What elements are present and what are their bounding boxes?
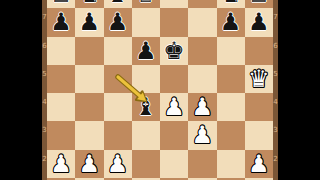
black-rook: ♜ (248, 0, 270, 8)
square-g4[interactable] (217, 93, 245, 121)
square-b4[interactable] (75, 93, 103, 121)
square-h1[interactable]: ♜ (245, 178, 273, 180)
rank-label-5: 5 (42, 70, 47, 78)
black-pawn: ♟ (79, 8, 101, 36)
square-f6[interactable] (188, 37, 216, 65)
black-king: ♚ (163, 37, 185, 65)
white-bishop: ♝ (107, 178, 129, 180)
square-a4[interactable] (47, 93, 75, 121)
square-d1[interactable] (132, 178, 160, 180)
square-a1[interactable]: ♜ (47, 178, 75, 180)
letterbox-right (278, 0, 320, 180)
square-h4[interactable] (245, 93, 273, 121)
square-f1[interactable] (188, 178, 216, 180)
square-e5[interactable] (160, 65, 188, 93)
rank-label-2: 2 (42, 155, 47, 163)
square-h2[interactable]: ♟ (245, 150, 273, 178)
square-b2[interactable]: ♟ (75, 150, 103, 178)
square-b6[interactable] (75, 37, 103, 65)
white-pawn: ♟ (163, 93, 185, 121)
square-c2[interactable]: ♟ (104, 150, 132, 178)
square-g6[interactable] (217, 37, 245, 65)
square-g5[interactable] (217, 65, 245, 93)
black-pawn: ♟ (220, 8, 242, 36)
black-pawn: ♟ (135, 37, 157, 65)
rank-label-3: 3 (42, 126, 47, 134)
black-rook: ♜ (50, 0, 72, 8)
rank-label-7: 7 (42, 13, 47, 21)
square-e3[interactable] (160, 121, 188, 149)
square-b7[interactable]: ♟ (75, 8, 103, 36)
square-c1[interactable]: ♝ (104, 178, 132, 180)
white-pawn: ♟ (248, 150, 270, 178)
white-pawn: ♟ (192, 121, 214, 149)
white-knight: ♞ (79, 178, 101, 180)
square-b8[interactable]: ♞ (75, 0, 103, 8)
rank-label-4: 4 (42, 98, 47, 106)
square-d7[interactable] (132, 8, 160, 36)
white-rook: ♜ (248, 178, 270, 180)
square-c8[interactable]: ♝ (104, 0, 132, 8)
square-d3[interactable] (132, 121, 160, 149)
video-frame: ♜♞♝♛♞♜♟♟♟♟♟♟♚♛♝♟♟♟♟♟♟♟♜♞♝♚♜ 87654321 876… (0, 0, 320, 180)
letterbox-left (0, 0, 42, 180)
square-d4[interactable]: ♝ (132, 93, 160, 121)
square-f7[interactable] (188, 8, 216, 36)
square-e8[interactable] (160, 0, 188, 8)
white-king: ♚ (163, 178, 185, 180)
white-queen: ♛ (248, 65, 270, 93)
white-pawn: ♟ (79, 150, 101, 178)
white-pawn: ♟ (107, 150, 129, 178)
square-d6[interactable]: ♟ (132, 37, 160, 65)
square-c3[interactable] (104, 121, 132, 149)
square-h7[interactable]: ♟ (245, 8, 273, 36)
square-h5[interactable]: ♛ (245, 65, 273, 93)
square-d5[interactable] (132, 65, 160, 93)
black-pawn: ♟ (107, 8, 129, 36)
square-g2[interactable] (217, 150, 245, 178)
black-bishop: ♝ (107, 0, 129, 8)
square-a5[interactable] (47, 65, 75, 93)
square-a6[interactable] (47, 37, 75, 65)
square-b1[interactable]: ♞ (75, 178, 103, 180)
square-g3[interactable] (217, 121, 245, 149)
square-f2[interactable] (188, 150, 216, 178)
square-e6[interactable]: ♚ (160, 37, 188, 65)
square-f5[interactable] (188, 65, 216, 93)
square-f3[interactable]: ♟ (188, 121, 216, 149)
square-e2[interactable] (160, 150, 188, 178)
square-c4[interactable] (104, 93, 132, 121)
square-b5[interactable] (75, 65, 103, 93)
square-a3[interactable] (47, 121, 75, 149)
black-knight: ♞ (220, 0, 242, 8)
square-b3[interactable] (75, 121, 103, 149)
square-g1[interactable] (217, 178, 245, 180)
square-e1[interactable]: ♚ (160, 178, 188, 180)
square-g7[interactable]: ♟ (217, 8, 245, 36)
square-c6[interactable] (104, 37, 132, 65)
square-a7[interactable]: ♟ (47, 8, 75, 36)
white-pawn: ♟ (50, 150, 72, 178)
square-c7[interactable]: ♟ (104, 8, 132, 36)
black-knight: ♞ (79, 0, 101, 8)
chess-board: ♜♞♝♛♞♜♟♟♟♟♟♟♚♛♝♟♟♟♟♟♟♟♜♞♝♚♜ (47, 0, 273, 180)
black-pawn: ♟ (50, 8, 72, 36)
white-rook: ♜ (50, 178, 72, 180)
square-f8[interactable] (188, 0, 216, 8)
square-a2[interactable]: ♟ (47, 150, 75, 178)
black-bishop: ♝ (135, 93, 157, 121)
chess-board-area: ♜♞♝♛♞♜♟♟♟♟♟♟♚♛♝♟♟♟♟♟♟♟♜♞♝♚♜ 87654321 876… (42, 0, 278, 180)
square-h8[interactable]: ♜ (245, 0, 273, 8)
square-e4[interactable]: ♟ (160, 93, 188, 121)
rank-labels-left: 87654321 (42, 0, 47, 180)
square-g8[interactable]: ♞ (217, 0, 245, 8)
square-d8[interactable]: ♛ (132, 0, 160, 8)
square-h3[interactable] (245, 121, 273, 149)
square-a8[interactable]: ♜ (47, 0, 75, 8)
white-pawn: ♟ (192, 93, 214, 121)
square-c5[interactable] (104, 65, 132, 93)
square-h6[interactable] (245, 37, 273, 65)
black-queen: ♛ (135, 0, 157, 8)
square-f4[interactable]: ♟ (188, 93, 216, 121)
rank-label-6: 6 (42, 42, 47, 50)
square-e7[interactable] (160, 8, 188, 36)
square-d2[interactable] (132, 150, 160, 178)
black-pawn: ♟ (248, 8, 270, 36)
